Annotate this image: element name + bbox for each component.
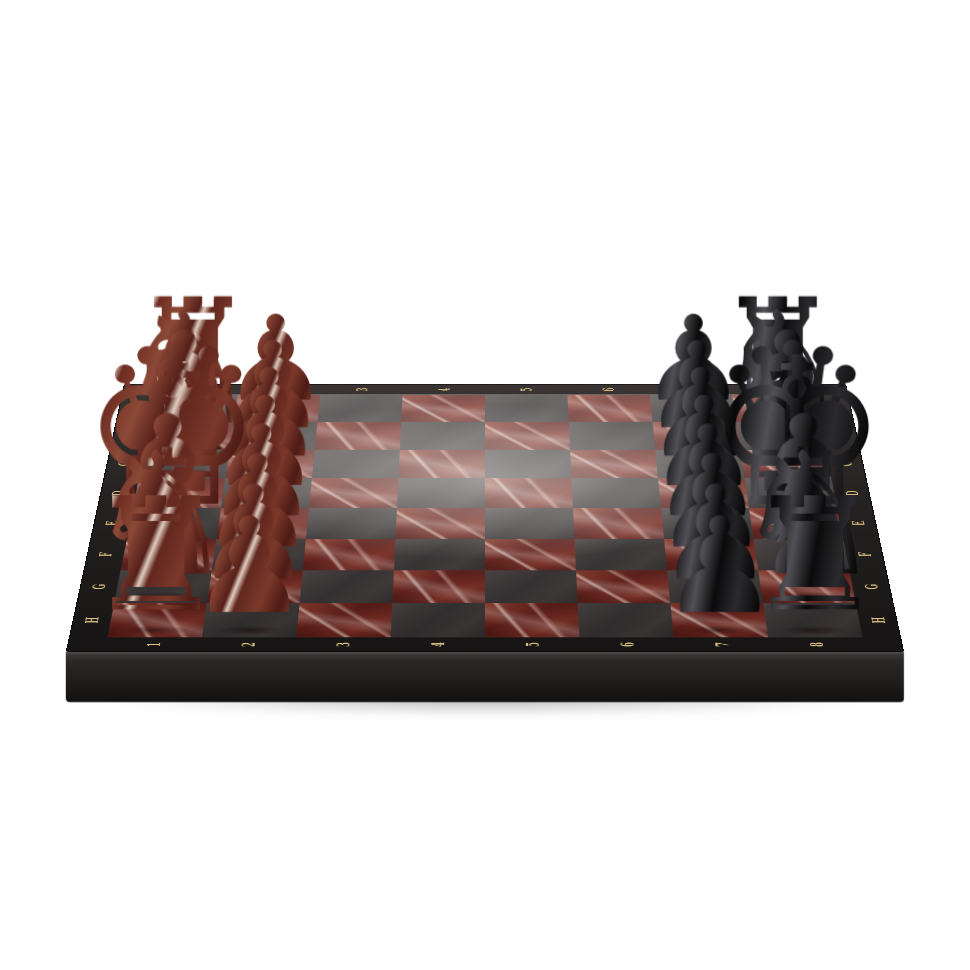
square-d4[interactable]	[397, 478, 485, 508]
square-c4[interactable]	[398, 450, 485, 479]
piece-cell-h1: ♜	[108, 603, 207, 637]
square-b5[interactable]	[485, 422, 570, 450]
chessboard: 12345678 12345678 ABCDEFGH ABCDEFGH ♜♟♟♜…	[66, 384, 904, 651]
square-c6[interactable]	[570, 450, 658, 479]
square-a3[interactable]	[317, 395, 402, 422]
photo-stage: 12345678 12345678 ABCDEFGH ABCDEFGH ♜♟♟♜…	[0, 0, 970, 970]
square-c3[interactable]	[312, 450, 400, 479]
piece-black-rook-h8[interactable]: ♜	[744, 479, 884, 632]
piece-white-rook-h1[interactable]: ♜	[86, 479, 226, 632]
piece-cell-h8: ♜	[763, 603, 862, 637]
square-a6[interactable]	[567, 395, 652, 422]
square-d3[interactable]	[309, 478, 398, 508]
square-a5[interactable]	[485, 395, 569, 422]
square-a4[interactable]	[401, 395, 485, 422]
board-surface: 12345678 12345678 ABCDEFGH ABCDEFGH ♜♟♟♜…	[66, 384, 904, 651]
square-b3[interactable]	[315, 422, 401, 450]
square-d5[interactable]	[485, 478, 573, 508]
square-d6[interactable]	[572, 478, 661, 508]
rank-labels-near: 12345678	[105, 637, 866, 651]
scene: 12345678 12345678 ABCDEFGH ABCDEFGH ♜♟♟♜…	[0, 0, 970, 970]
board-front-edge	[66, 652, 904, 703]
square-b6[interactable]	[569, 422, 655, 450]
square-b4[interactable]	[400, 422, 485, 450]
square-c5[interactable]	[485, 450, 572, 479]
